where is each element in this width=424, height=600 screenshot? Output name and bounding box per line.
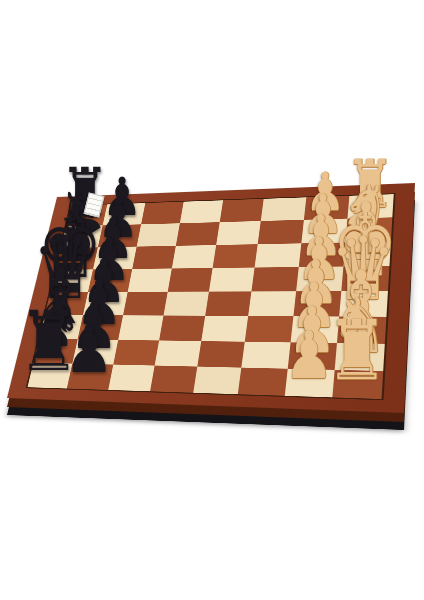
- square-f8: [56, 247, 98, 270]
- square-a7: [67, 363, 113, 389]
- square-e2: [296, 266, 344, 291]
- square-g7: [98, 224, 141, 247]
- square-h2: [303, 196, 349, 220]
- square-d1: [339, 291, 388, 317]
- square-h4: [220, 199, 264, 222]
- square-a6: [108, 364, 155, 391]
- chess-board: [7, 183, 415, 413]
- square-c8: [39, 315, 83, 339]
- square-f4: [213, 244, 258, 268]
- square-d4: [205, 291, 251, 316]
- square-e3: [252, 267, 299, 292]
- square-g5: [176, 222, 220, 245]
- square-g2: [301, 219, 347, 243]
- square-f3: [255, 243, 301, 267]
- square-b2: [287, 342, 336, 370]
- square-f7: [93, 246, 136, 269]
- square-h7: [103, 203, 145, 225]
- square-h5: [180, 200, 223, 223]
- square-b8: [33, 338, 78, 363]
- board-grid: [27, 194, 393, 399]
- square-d6: [123, 292, 168, 316]
- square-d7: [83, 292, 127, 316]
- square-c2: [290, 316, 339, 342]
- photo-scene: ♜♞♝♛♚♝♞♜♟♟♟♟♟♟♟♟♜♞♝♛♚♝♞♜♟♟♟♟♟♟♟♟: [0, 0, 424, 600]
- square-e4: [209, 267, 255, 291]
- square-a4: [193, 366, 241, 394]
- square-e1: [341, 266, 389, 291]
- square-g1: [345, 217, 392, 242]
- square-a3: [238, 367, 287, 395]
- square-h1: [347, 194, 394, 219]
- square-b4: [197, 341, 245, 368]
- square-e8: [50, 269, 93, 292]
- square-g8: [61, 226, 103, 248]
- square-e6: [127, 268, 171, 291]
- square-e7: [88, 269, 132, 292]
- square-f6: [132, 246, 176, 269]
- square-g6: [136, 223, 179, 246]
- square-e5: [168, 268, 213, 292]
- square-c1: [337, 317, 387, 344]
- square-h3: [261, 197, 306, 221]
- square-g3: [258, 220, 304, 244]
- square-a5: [150, 365, 197, 392]
- square-b1: [334, 343, 384, 371]
- square-c3: [245, 316, 293, 342]
- square-b7: [73, 339, 118, 364]
- square-d8: [45, 292, 88, 315]
- square-f5: [172, 245, 217, 269]
- square-c4: [201, 316, 248, 342]
- square-b5: [154, 340, 201, 366]
- square-d3: [248, 291, 295, 316]
- square-h6: [141, 202, 184, 225]
- square-d5: [163, 292, 209, 316]
- square-c6: [118, 315, 163, 340]
- square-b6: [113, 340, 159, 366]
- square-c5: [159, 316, 205, 341]
- square-a2: [284, 369, 334, 398]
- square-c7: [78, 315, 123, 339]
- square-b3: [242, 341, 291, 368]
- square-a8: [27, 363, 72, 389]
- square-f1: [343, 241, 391, 266]
- square-f2: [298, 242, 345, 267]
- square-a1: [332, 370, 383, 399]
- square-d2: [293, 291, 341, 316]
- square-g4: [216, 221, 261, 245]
